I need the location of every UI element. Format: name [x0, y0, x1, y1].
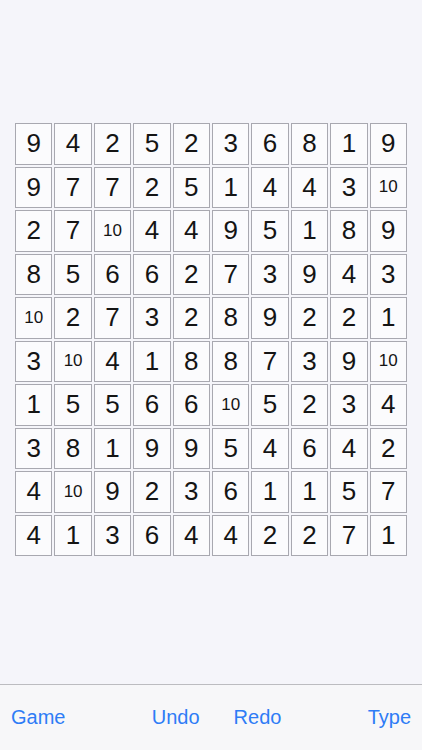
- grid-cell[interactable]: 9: [330, 341, 367, 383]
- grid-cell[interactable]: 2: [173, 123, 210, 165]
- grid-cell[interactable]: 7: [330, 515, 367, 557]
- grid-cell[interactable]: 1: [291, 471, 328, 513]
- grid-cell[interactable]: 3: [173, 471, 210, 513]
- grid-cell[interactable]: 7: [212, 254, 249, 296]
- grid-cell[interactable]: 7: [94, 297, 131, 339]
- grid-cell[interactable]: 8: [212, 297, 249, 339]
- grid-cell[interactable]: 8: [173, 341, 210, 383]
- grid-cell[interactable]: 3: [15, 428, 52, 470]
- grid-cell[interactable]: 3: [330, 384, 367, 426]
- grid-cell[interactable]: 4: [251, 428, 288, 470]
- grid-cell[interactable]: 8: [291, 123, 328, 165]
- number-grid-board: 9425236819977251443102710449518985662739…: [15, 123, 407, 556]
- grid-cell[interactable]: 4: [15, 471, 52, 513]
- grid-cell[interactable]: 4: [330, 428, 367, 470]
- grid-cell[interactable]: 6: [94, 254, 131, 296]
- grid-cell[interactable]: 5: [212, 428, 249, 470]
- grid-cell[interactable]: 2: [173, 254, 210, 296]
- grid-cell[interactable]: 5: [94, 384, 131, 426]
- grid-cell[interactable]: 6: [212, 471, 249, 513]
- grid-cell[interactable]: 1: [54, 515, 91, 557]
- grid-cell[interactable]: 3: [212, 123, 249, 165]
- grid-cell[interactable]: 6: [173, 384, 210, 426]
- grid-cell[interactable]: 5: [133, 123, 170, 165]
- grid-cell[interactable]: 10: [370, 341, 407, 383]
- grid-cell[interactable]: 9: [251, 297, 288, 339]
- grid-cell[interactable]: 2: [133, 471, 170, 513]
- grid-cell[interactable]: 1: [133, 341, 170, 383]
- grid-cell[interactable]: 8: [15, 254, 52, 296]
- grid-cell[interactable]: 5: [330, 471, 367, 513]
- grid-cell[interactable]: 9: [370, 210, 407, 252]
- grid-cell[interactable]: 2: [251, 515, 288, 557]
- grid-cell[interactable]: 3: [291, 341, 328, 383]
- grid-cell[interactable]: 3: [330, 167, 367, 209]
- grid-cell[interactable]: 4: [370, 384, 407, 426]
- grid-cell[interactable]: 8: [212, 341, 249, 383]
- grid-cell[interactable]: 4: [330, 254, 367, 296]
- grid-cell[interactable]: 10: [15, 297, 52, 339]
- grid-cell[interactable]: 9: [15, 167, 52, 209]
- grid-cell[interactable]: 4: [94, 341, 131, 383]
- grid-cell[interactable]: 7: [94, 167, 131, 209]
- grid-cell[interactable]: 5: [251, 210, 288, 252]
- grid-cell[interactable]: 5: [251, 384, 288, 426]
- grid-cell[interactable]: 4: [291, 167, 328, 209]
- grid-cell[interactable]: 3: [15, 341, 52, 383]
- grid-cell[interactable]: 4: [173, 515, 210, 557]
- grid-cell[interactable]: 10: [370, 167, 407, 209]
- grid-cell[interactable]: 4: [15, 515, 52, 557]
- grid-cell[interactable]: 10: [54, 471, 91, 513]
- grid-cell[interactable]: 1: [251, 471, 288, 513]
- grid-cell[interactable]: 7: [251, 341, 288, 383]
- grid-cell[interactable]: 9: [173, 428, 210, 470]
- grid-cell[interactable]: 3: [251, 254, 288, 296]
- game-menu-button[interactable]: Game: [11, 706, 65, 729]
- grid-cell[interactable]: 7: [54, 210, 91, 252]
- grid-cell[interactable]: 6: [251, 123, 288, 165]
- grid-cell[interactable]: 10: [54, 341, 91, 383]
- type-button[interactable]: Type: [368, 706, 411, 729]
- grid-cell[interactable]: 4: [212, 515, 249, 557]
- grid-cell[interactable]: 4: [173, 210, 210, 252]
- grid-cell[interactable]: 2: [15, 210, 52, 252]
- app-screen: 9425236819977251443102710449518985662739…: [0, 0, 422, 750]
- grid-cell[interactable]: 8: [54, 428, 91, 470]
- grid-cell[interactable]: 1: [15, 384, 52, 426]
- grid-cell[interactable]: 1: [370, 515, 407, 557]
- grid-cell[interactable]: 4: [133, 210, 170, 252]
- grid-cell[interactable]: 2: [173, 297, 210, 339]
- grid-cell[interactable]: 10: [94, 210, 131, 252]
- grid-cell[interactable]: 1: [330, 123, 367, 165]
- grid-cell[interactable]: 9: [94, 471, 131, 513]
- grid-cell[interactable]: 10: [212, 384, 249, 426]
- grid-cell[interactable]: 6: [133, 515, 170, 557]
- grid-cell[interactable]: 5: [54, 254, 91, 296]
- grid-cell[interactable]: 3: [370, 254, 407, 296]
- grid-cell[interactable]: 2: [291, 515, 328, 557]
- grid-cell[interactable]: 3: [133, 297, 170, 339]
- bottom-toolbar: Game Undo Redo Type: [0, 684, 422, 750]
- grid-cell[interactable]: 2: [54, 297, 91, 339]
- undo-button[interactable]: Undo: [152, 706, 200, 729]
- grid-cell[interactable]: 6: [133, 254, 170, 296]
- grid-cell[interactable]: 7: [370, 471, 407, 513]
- grid-cell[interactable]: 5: [173, 167, 210, 209]
- grid-cell[interactable]: 2: [291, 297, 328, 339]
- grid-cell[interactable]: 2: [133, 167, 170, 209]
- grid-cell[interactable]: 7: [54, 167, 91, 209]
- grid-cell[interactable]: 2: [94, 123, 131, 165]
- grid-cell[interactable]: 9: [212, 210, 249, 252]
- grid-cell[interactable]: 1: [370, 297, 407, 339]
- grid-cell[interactable]: 4: [251, 167, 288, 209]
- grid-cell[interactable]: 4: [54, 123, 91, 165]
- grid-cell[interactable]: 8: [330, 210, 367, 252]
- grid-cell[interactable]: 1: [94, 428, 131, 470]
- grid-cell[interactable]: 6: [291, 428, 328, 470]
- grid-cell[interactable]: 9: [291, 254, 328, 296]
- grid-cell[interactable]: 9: [133, 428, 170, 470]
- grid-cell[interactable]: 1: [212, 167, 249, 209]
- toolbar-middle-group: Undo Redo: [152, 706, 282, 729]
- grid-cell[interactable]: 2: [291, 384, 328, 426]
- grid-cell[interactable]: 2: [370, 428, 407, 470]
- grid-cell[interactable]: 2: [330, 297, 367, 339]
- grid-cell[interactable]: 1: [291, 210, 328, 252]
- redo-button[interactable]: Redo: [234, 706, 282, 729]
- grid-cell[interactable]: 9: [15, 123, 52, 165]
- grid-cell[interactable]: 9: [370, 123, 407, 165]
- grid-cell[interactable]: 6: [133, 384, 170, 426]
- grid-cell[interactable]: 3: [94, 515, 131, 557]
- grid-cell[interactable]: 5: [54, 384, 91, 426]
